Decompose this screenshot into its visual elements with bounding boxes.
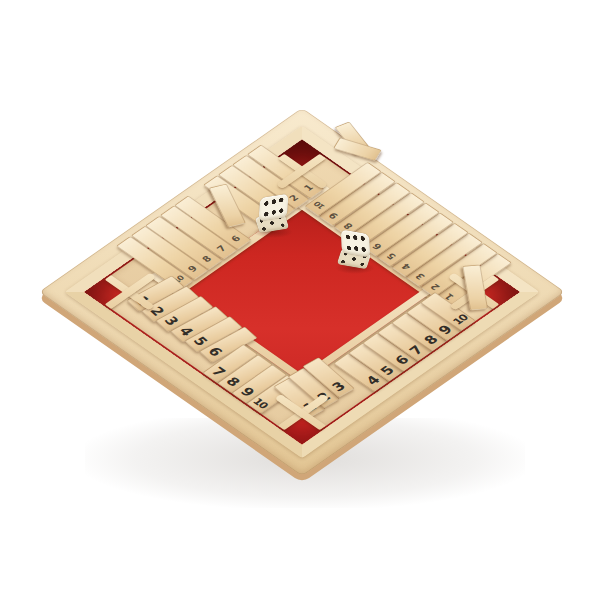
product-photo-stage: 1234678910 12345678910 12345678910 12345… (0, 0, 600, 600)
die-1[interactable] (256, 196, 292, 240)
die-2[interactable] (338, 232, 374, 276)
